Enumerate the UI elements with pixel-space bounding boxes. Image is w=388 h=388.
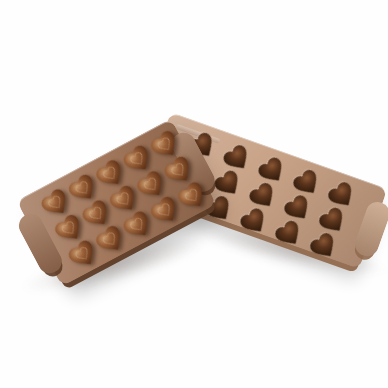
product-photo-canvas (0, 0, 388, 388)
